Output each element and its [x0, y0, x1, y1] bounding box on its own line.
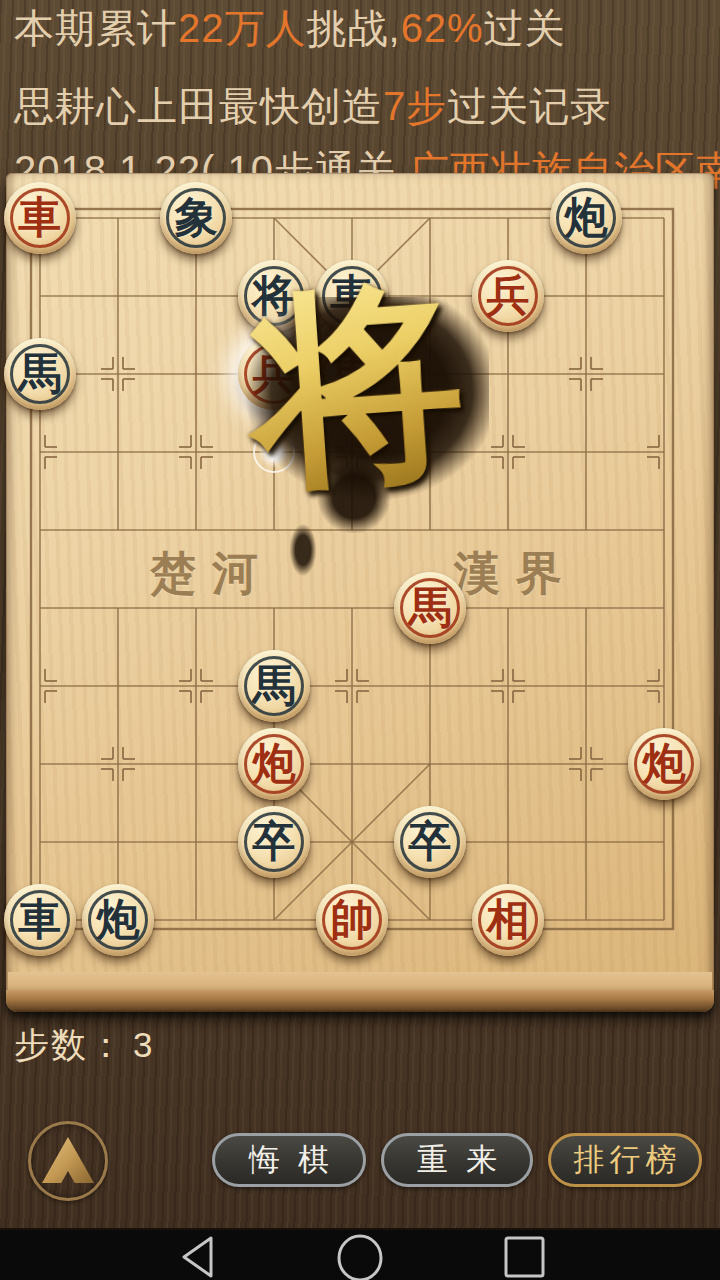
- nav-back-icon[interactable]: [184, 1238, 211, 1276]
- piece-black-cannon-1[interactable]: 炮: [550, 182, 622, 254]
- undo-button[interactable]: 悔棋: [212, 1133, 366, 1187]
- app-logo-badge[interactable]: [28, 1121, 108, 1201]
- nav-home-icon[interactable]: [339, 1236, 381, 1280]
- piece-red-elephant[interactable]: 相: [472, 884, 544, 956]
- check-banner: 将: [204, 259, 512, 515]
- arrow-logo-icon: [42, 1137, 94, 1183]
- stats-line-record: 思耕心上田最快创造7步过关记录: [14, 84, 611, 128]
- restart-button[interactable]: 重来: [381, 1133, 533, 1187]
- leaderboard-button[interactable]: 排行榜: [548, 1133, 702, 1187]
- android-navbar: [0, 1228, 720, 1280]
- piece-red-cannon-2[interactable]: 炮: [628, 728, 700, 800]
- piece-black-horse-2[interactable]: 馬: [238, 650, 310, 722]
- piece-black-elephant[interactable]: 象: [160, 182, 232, 254]
- move-counter-value: 3: [133, 1025, 154, 1064]
- piece-red-horse-2[interactable]: 馬: [394, 572, 466, 644]
- app-screen: 本期累计22万人挑战,62%过关 思耕心上田最快创造7步过关记录 2018.1.…: [0, 0, 720, 1280]
- piece-black-horse-1[interactable]: 馬: [4, 338, 76, 410]
- nav-recents-icon[interactable]: [506, 1238, 543, 1276]
- move-counter: 步数：3: [14, 1022, 154, 1069]
- piece-black-pawn-2[interactable]: 卒: [394, 806, 466, 878]
- piece-red-chariot[interactable]: 車: [4, 182, 76, 254]
- piece-red-general[interactable]: 帥: [316, 884, 388, 956]
- xiangqi-board[interactable]: 楚河 漢界 車象炮将車兵馬兵馬馬馬炮炮卒卒車炮帥相 将: [6, 173, 714, 1012]
- stats-line-challengers: 本期累计22万人挑战,62%过关: [14, 6, 566, 50]
- check-ink-drip: [288, 521, 318, 579]
- navbar-icons: [0, 1230, 720, 1280]
- move-counter-label: 步数：: [14, 1025, 125, 1064]
- piece-red-cannon-1[interactable]: 炮: [238, 728, 310, 800]
- piece-black-cannon-2[interactable]: 炮: [82, 884, 154, 956]
- piece-black-chariot-2[interactable]: 車: [4, 884, 76, 956]
- piece-black-pawn-1[interactable]: 卒: [238, 806, 310, 878]
